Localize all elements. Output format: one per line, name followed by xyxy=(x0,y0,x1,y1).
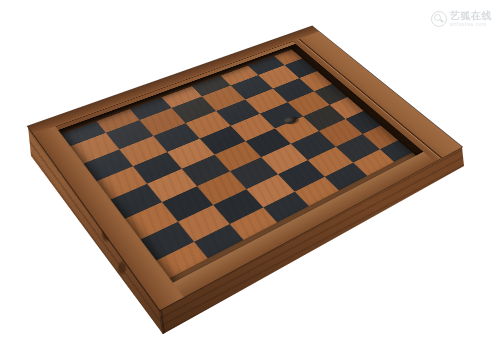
watermark-text: 艺狐在线 xyxy=(450,11,492,21)
magnifier-logo-icon xyxy=(431,11,447,27)
watermark-subtext: artfoxlive.com xyxy=(450,22,492,27)
watermark: 艺狐在线 artfoxlive.com xyxy=(431,11,492,27)
photo-scene: 艺狐在线 artfoxlive.com xyxy=(0,0,500,337)
